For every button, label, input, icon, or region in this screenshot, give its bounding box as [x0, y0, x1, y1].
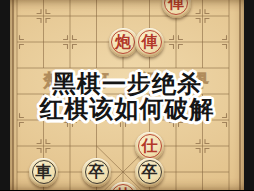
xiangqi-board[interactable]: 楚河汉界 俥炮俥仕帅車卒卒 — [10, 0, 244, 190]
video-frame: 楚河汉界 俥炮俥仕帅車卒卒 黑棋一步绝杀 红棋该如何破解 — [0, 0, 254, 190]
piece-glyph: 俥 — [162, 0, 191, 17]
piece-glyph: 仕 — [135, 131, 164, 160]
piece-red-chariot[interactable]: 俥 — [135, 28, 164, 57]
piece-glyph: 卒 — [135, 157, 164, 186]
piece-glyph: 帅 — [109, 181, 138, 190]
piece-glyph: 炮 — [109, 27, 138, 56]
piece-glyph: 俥 — [135, 27, 164, 56]
piece-red-king[interactable]: 帅 — [109, 182, 138, 191]
letterbox-left — [0, 0, 10, 190]
piece-red-cannon[interactable]: 炮 — [109, 28, 138, 57]
piece-glyph: 車 — [29, 157, 58, 186]
piece-black-soldier-2[interactable]: 卒 — [135, 158, 164, 187]
piece-black-chariot[interactable]: 車 — [29, 158, 58, 187]
piece-glyph: 卒 — [82, 157, 111, 186]
pieces-layer: 俥炮俥仕帅車卒卒 — [10, 0, 244, 190]
piece-black-soldier-1[interactable]: 卒 — [82, 158, 111, 187]
piece-red-chariot-top[interactable]: 俥 — [162, 0, 191, 18]
letterbox-right — [244, 0, 254, 190]
